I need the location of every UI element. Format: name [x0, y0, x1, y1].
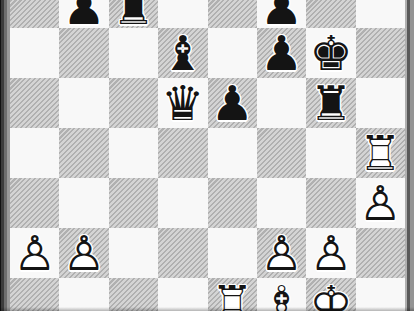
- piece-fill: ♚: [306, 279, 355, 311]
- black-rook-g5: ♜: [306, 79, 355, 127]
- square-g3[interactable]: [306, 178, 355, 228]
- square-a1[interactable]: [10, 278, 59, 311]
- square-a2[interactable]: ♟♙: [10, 228, 59, 278]
- square-c2[interactable]: [109, 228, 158, 278]
- board-grid: ♟♜♟♝♟♚♛♟♜♜♖♟♙♟♙♟♙♟♙♟♙♜♖♝♗♚♔: [10, 0, 405, 311]
- square-g2[interactable]: ♟♙: [306, 228, 355, 278]
- square-g6[interactable]: ♚: [306, 28, 355, 78]
- piece-outline: ♖: [356, 129, 405, 177]
- white-king-g1: ♚♔: [306, 279, 355, 311]
- piece-fill: ♟: [257, 229, 306, 277]
- square-c1[interactable]: [109, 278, 158, 311]
- white-pawn-b2: ♟♙: [59, 229, 108, 277]
- square-d4[interactable]: [158, 128, 207, 178]
- piece-fill: ♟: [356, 179, 405, 227]
- square-d7[interactable]: [158, 0, 207, 28]
- square-a6[interactable]: [10, 28, 59, 78]
- piece-outline: ♙: [257, 229, 306, 277]
- piece-outline: ♙: [356, 179, 405, 227]
- piece-outline: ♙: [10, 229, 59, 277]
- square-e1[interactable]: ♜♖: [208, 278, 257, 311]
- board-border-left: [0, 0, 10, 311]
- square-a3[interactable]: [10, 178, 59, 228]
- square-b6[interactable]: [59, 28, 108, 78]
- white-rook-e1: ♜♖: [208, 279, 257, 311]
- piece-fill: ♝: [257, 279, 306, 311]
- square-c3[interactable]: [109, 178, 158, 228]
- square-c5[interactable]: [109, 78, 158, 128]
- piece-fill: ♟: [59, 229, 108, 277]
- white-pawn-f2: ♟♙: [257, 229, 306, 277]
- square-b5[interactable]: [59, 78, 108, 128]
- black-pawn-f6: ♟: [257, 29, 306, 77]
- square-b1[interactable]: [59, 278, 108, 311]
- square-f7[interactable]: ♟: [257, 0, 306, 28]
- square-f4[interactable]: [257, 128, 306, 178]
- square-c6[interactable]: [109, 28, 158, 78]
- square-e5[interactable]: ♟: [208, 78, 257, 128]
- black-king-g6: ♚: [306, 29, 355, 77]
- square-g7[interactable]: [306, 0, 355, 28]
- square-h7[interactable]: [356, 0, 405, 28]
- piece-outline: ♖: [208, 279, 257, 311]
- square-d5[interactable]: ♛: [158, 78, 207, 128]
- square-g5[interactable]: ♜: [306, 78, 355, 128]
- white-pawn-g2: ♟♙: [306, 229, 355, 277]
- square-g4[interactable]: [306, 128, 355, 178]
- square-c4[interactable]: [109, 128, 158, 178]
- square-f2[interactable]: ♟♙: [257, 228, 306, 278]
- black-pawn-b7: ♟: [59, 0, 108, 31]
- square-f3[interactable]: [257, 178, 306, 228]
- piece-fill: ♜: [208, 279, 257, 311]
- chess-board-frame: ♟♜♟♝♟♚♛♟♜♜♖♟♙♟♙♟♙♟♙♟♙♜♖♝♗♚♔: [0, 0, 414, 311]
- square-f6[interactable]: ♟: [257, 28, 306, 78]
- square-b4[interactable]: [59, 128, 108, 178]
- white-pawn-a2: ♟♙: [10, 229, 59, 277]
- square-a4[interactable]: [10, 128, 59, 178]
- square-h2[interactable]: [356, 228, 405, 278]
- square-e2[interactable]: [208, 228, 257, 278]
- square-d3[interactable]: [158, 178, 207, 228]
- square-e7[interactable]: [208, 0, 257, 28]
- square-c7[interactable]: ♜: [109, 0, 158, 28]
- square-b7[interactable]: ♟: [59, 0, 108, 28]
- piece-fill: ♟: [10, 229, 59, 277]
- white-rook-h4: ♜♖: [356, 129, 405, 177]
- black-pawn-e5: ♟: [208, 79, 257, 127]
- square-h6[interactable]: [356, 28, 405, 78]
- square-h3[interactable]: ♟♙: [356, 178, 405, 228]
- piece-outline: ♔: [306, 279, 355, 311]
- board-border-right: [405, 0, 414, 311]
- piece-outline: ♙: [59, 229, 108, 277]
- square-d1[interactable]: [158, 278, 207, 311]
- black-queen-d5: ♛: [158, 79, 207, 127]
- piece-outline: ♗: [257, 279, 306, 311]
- square-h5[interactable]: [356, 78, 405, 128]
- square-d6[interactable]: ♝: [158, 28, 207, 78]
- square-b2[interactable]: ♟♙: [59, 228, 108, 278]
- piece-fill: ♟: [306, 229, 355, 277]
- piece-fill: ♜: [356, 129, 405, 177]
- white-bishop-f1: ♝♗: [257, 279, 306, 311]
- square-f5[interactable]: [257, 78, 306, 128]
- square-d2[interactable]: [158, 228, 207, 278]
- black-bishop-d6: ♝: [158, 29, 207, 77]
- square-a5[interactable]: [10, 78, 59, 128]
- square-h4[interactable]: ♜♖: [356, 128, 405, 178]
- square-g1[interactable]: ♚♔: [306, 278, 355, 311]
- square-f1[interactable]: ♝♗: [257, 278, 306, 311]
- square-a7[interactable]: [10, 0, 59, 28]
- square-e6[interactable]: [208, 28, 257, 78]
- black-pawn-f7: ♟: [257, 0, 306, 31]
- white-pawn-h3: ♟♙: [356, 179, 405, 227]
- square-h1[interactable]: [356, 278, 405, 311]
- square-e3[interactable]: [208, 178, 257, 228]
- square-e4[interactable]: [208, 128, 257, 178]
- black-rook-c7: ♜: [109, 0, 158, 31]
- square-b3[interactable]: [59, 178, 108, 228]
- piece-outline: ♙: [306, 229, 355, 277]
